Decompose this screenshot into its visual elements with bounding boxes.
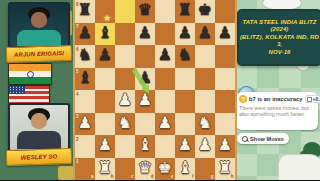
piece-white-knight: ♞: [118, 115, 132, 131]
player-name-top: ARJUN ERIGAISI: [14, 50, 64, 58]
square-g5[interactable]: [195, 68, 215, 91]
square-g2[interactable]: ♟: [195, 135, 215, 158]
square-g4[interactable]: [195, 90, 215, 113]
square-d8[interactable]: ♛: [135, 0, 155, 23]
square-f8[interactable]: ♜: [175, 0, 195, 23]
piece-black-pawn: ♟: [178, 25, 192, 41]
piece-white-rook: ♜: [98, 160, 112, 176]
coach-body-text: There were worse moves, but also somethi…: [239, 105, 315, 117]
piece-black-knight: ♞: [178, 47, 192, 63]
square-c5[interactable]: [115, 68, 135, 91]
square-c2[interactable]: [115, 135, 135, 158]
inaccuracy-badge-icon: ?!: [239, 95, 247, 103]
piece-white-pawn: ♟: [198, 137, 212, 153]
square-h5[interactable]: [215, 68, 235, 91]
broadcast-frame: TATA STEEL INDIA BLITZ (2024) (BLITZ), K…: [0, 0, 320, 180]
rank-label: 6: [76, 47, 79, 52]
piece-white-queen: ♛: [138, 160, 152, 176]
square-b2[interactable]: ♟: [95, 135, 115, 158]
file-label: c: [131, 174, 134, 179]
piece-black-rook: ♜: [178, 2, 192, 18]
square-h7[interactable]: ♟: [215, 23, 235, 46]
square-b5[interactable]: [95, 68, 115, 91]
square-e2[interactable]: [155, 135, 175, 158]
player-photo-top: [8, 2, 70, 48]
square-h4[interactable]: [215, 90, 235, 113]
file-label: d: [151, 174, 154, 179]
piece-black-pawn: ♟: [198, 25, 212, 41]
file-label: b: [111, 174, 114, 179]
eval-square-icon: [307, 97, 312, 102]
eval-chip: +0.39: [305, 95, 320, 103]
square-b4[interactable]: [95, 90, 115, 113]
square-c1[interactable]: c: [115, 158, 135, 181]
eval-value: +0.39: [313, 96, 320, 102]
piece-white-pawn: ♟: [218, 137, 232, 153]
square-d6[interactable]: [135, 45, 155, 68]
square-a3[interactable]: 3♟: [75, 113, 95, 136]
piece-white-pawn: ♟: [98, 137, 112, 153]
usa-flag: [8, 85, 50, 105]
square-f4[interactable]: [175, 90, 195, 113]
piece-black-queen: ♛: [138, 2, 152, 18]
square-b1[interactable]: b♜: [95, 158, 115, 181]
rank-label: 4: [76, 92, 79, 97]
file-label: a: [91, 174, 94, 179]
piece-black-pawn: ♟: [138, 70, 152, 86]
square-d3[interactable]: [135, 113, 155, 136]
square-f5[interactable]: [175, 68, 195, 91]
player-name-banner-top: ARJUN ERIGAISI: [6, 45, 73, 63]
square-e3[interactable]: ♟: [155, 113, 175, 136]
square-h2[interactable]: ♟: [215, 135, 235, 158]
ashoka-chakra-icon: [27, 71, 34, 78]
square-d2[interactable]: ♝: [135, 135, 155, 158]
player-name-banner-bottom: WESLEY SO: [6, 148, 73, 166]
player-name-bottom: WESLEY SO: [21, 153, 58, 160]
piece-white-pawn: ♟: [118, 92, 132, 108]
event-title-board: TATA STEEL INDIA BLITZ (2024) (BLITZ), K…: [237, 9, 320, 66]
square-f6[interactable]: ♞: [175, 45, 195, 68]
frame-decor: [58, 166, 74, 180]
square-h3[interactable]: [215, 113, 235, 136]
square-e1[interactable]: e♚: [155, 158, 175, 181]
piece-black-knight: ♞: [78, 47, 92, 63]
square-a4[interactable]: 4: [75, 90, 95, 113]
event-title-line3: NOV-16: [268, 49, 290, 56]
piece-black-bishop: ♝: [98, 25, 112, 41]
show-moves-label: Show Moves: [250, 136, 284, 142]
square-c6[interactable]: [115, 45, 135, 68]
square-g3[interactable]: ♞: [195, 113, 215, 136]
square-c3[interactable]: ♞: [115, 113, 135, 136]
avatar-face: [31, 113, 47, 129]
piece-white-bishop: ♝: [138, 137, 152, 153]
square-a5[interactable]: 5♝: [75, 68, 95, 91]
square-d7[interactable]: ♟: [135, 23, 155, 46]
piece-white-pawn: ♟: [178, 137, 192, 153]
square-a7[interactable]: 7♟: [75, 23, 95, 46]
square-a8[interactable]: 8♜: [75, 0, 95, 23]
square-d4[interactable]: ♟: [135, 90, 155, 113]
piece-white-rook: ♜: [218, 160, 232, 176]
square-c4[interactable]: ♟: [115, 90, 135, 113]
rank-label: 7: [76, 24, 79, 29]
rank-label: 3: [76, 114, 79, 119]
piece-white-pawn: ♟: [78, 115, 92, 131]
rank-label: 5: [76, 69, 79, 74]
player-photo-bottom: [8, 103, 70, 152]
square-h1[interactable]: h♜: [215, 158, 235, 181]
coach-comment-box: ?! b7 is an inaccuracy +0.39 There were …: [236, 92, 318, 130]
desk-decor: [278, 154, 320, 180]
rank-label: 1: [76, 159, 79, 164]
piece-black-pawn: ♟: [218, 25, 232, 41]
square-a6[interactable]: 6♞: [75, 45, 95, 68]
square-b7[interactable]: ♝: [95, 23, 115, 46]
square-g1[interactable]: g: [195, 158, 215, 181]
show-moves-button[interactable]: Show Moves: [237, 133, 289, 144]
india-flag: [8, 63, 52, 85]
square-g7[interactable]: ♟: [195, 23, 215, 46]
coach-headline: b7 is an inaccuracy: [249, 96, 303, 102]
square-e7[interactable]: [155, 23, 175, 46]
piece-black-bishop: ♝: [78, 70, 92, 86]
piece-white-king: ♚: [158, 160, 172, 176]
usa-flag-canton: [9, 86, 25, 94]
event-title-line1: TATA STEEL INDIA BLITZ (2024): [239, 19, 320, 33]
square-g6[interactable]: [195, 45, 215, 68]
square-e4[interactable]: [155, 90, 175, 113]
avatar-shirt: [17, 131, 61, 149]
piece-white-pawn: ♟: [158, 115, 172, 131]
square-f1[interactable]: f♝: [175, 158, 195, 181]
file-label: f: [192, 174, 194, 179]
piece-black-pawn: ♟: [98, 47, 112, 63]
square-a2[interactable]: 2: [75, 135, 95, 158]
square-a1[interactable]: 1a: [75, 158, 95, 181]
chess-board: 8♜♛♜♚7♟♝♟♟♟♟6♞♟♟♞5♝♟4♟♟3♟♞♟♞2♟♝♟♟♟1ab♜cd…: [75, 0, 235, 180]
file-label: e: [171, 174, 174, 179]
square-d1[interactable]: d♛: [135, 158, 155, 181]
square-g8[interactable]: ♚: [195, 0, 215, 23]
square-f2[interactable]: ♟: [175, 135, 195, 158]
piece-black-pawn: ♟: [138, 25, 152, 41]
piece-black-king: ♚: [198, 2, 212, 18]
square-e5[interactable]: [155, 68, 175, 91]
square-e8[interactable]: [155, 0, 175, 23]
piece-white-knight: ♞: [198, 115, 212, 131]
square-f7[interactable]: ♟: [175, 23, 195, 46]
square-e6[interactable]: ♟: [155, 45, 175, 68]
square-b8[interactable]: [95, 0, 115, 23]
piece-white-bishop: ♝: [178, 160, 192, 176]
rank-label: 2: [76, 137, 79, 142]
piece-black-pawn: ♟: [78, 25, 92, 41]
square-f3[interactable]: [175, 113, 195, 136]
piece-white-pawn: ♟: [138, 92, 152, 108]
square-c8[interactable]: [115, 0, 135, 23]
rank-label: 8: [76, 2, 79, 7]
square-d5[interactable]: ♟: [135, 68, 155, 91]
square-h8[interactable]: [215, 0, 235, 23]
square-b3[interactable]: [95, 113, 115, 136]
square-h6[interactable]: [215, 45, 235, 68]
event-title-line2: (BLITZ), KOLKATA IND, RD 3,: [239, 34, 320, 48]
piece-black-rook: ♜: [78, 2, 92, 18]
file-label: g: [211, 174, 214, 179]
file-label: h: [231, 174, 234, 179]
avatar-face: [31, 12, 47, 28]
magnifier-icon: [242, 136, 248, 142]
piece-black-pawn: ♟: [158, 47, 172, 63]
square-c7[interactable]: [115, 23, 135, 46]
square-b6[interactable]: ♟: [95, 45, 115, 68]
